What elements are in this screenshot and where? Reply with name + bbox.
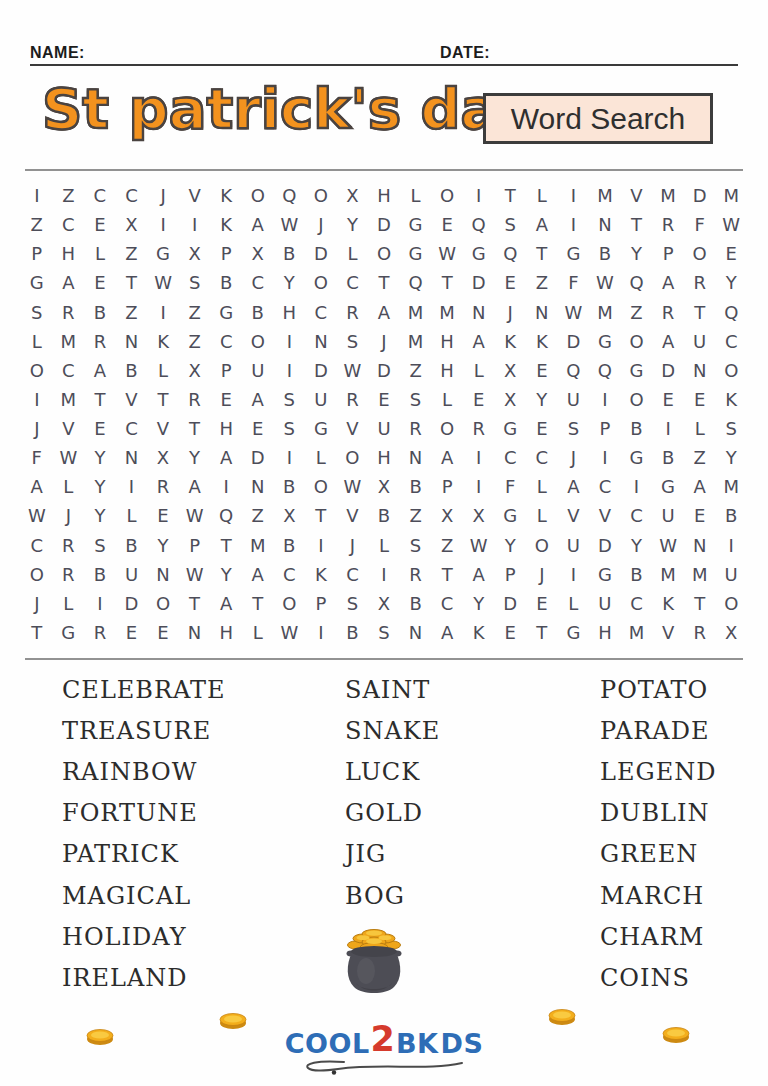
grid-cell: G <box>589 560 621 589</box>
grid-cell: V <box>652 618 684 647</box>
word-item: RAINBOW <box>62 751 226 792</box>
grid-cell: E <box>147 618 179 647</box>
grid-cell: T <box>242 589 274 618</box>
name-date-underline <box>30 64 738 66</box>
grid-cell: O <box>305 472 337 501</box>
grid-cell: C <box>274 560 306 589</box>
grid-cell: R <box>684 268 716 297</box>
grid-cell: Q <box>210 501 242 530</box>
grid-cell: G <box>21 268 53 297</box>
word-item: MARCH <box>600 875 716 916</box>
grid-cell: I <box>305 618 337 647</box>
word-list-column-3: POTATOPARADELEGENDDUBLINGREENMARCHCHARMC… <box>600 669 716 999</box>
grid-cell: E <box>652 385 684 414</box>
grid-cell: Y <box>463 589 495 618</box>
logo-text-cool: COOL <box>285 1030 370 1057</box>
grid-cell: Q <box>400 268 432 297</box>
grid-cell: Y <box>84 501 116 530</box>
grid-cell: P <box>179 531 211 560</box>
grid-cell: H <box>589 618 621 647</box>
grid-cell: Z <box>242 501 274 530</box>
grid-cell: O <box>305 181 337 210</box>
grid-cell: H <box>210 618 242 647</box>
grid-cell: O <box>242 327 274 356</box>
grid-cell: R <box>147 472 179 501</box>
grid-cell: C <box>210 327 242 356</box>
grid-cell: M <box>400 298 432 327</box>
grid-cell: J <box>337 531 369 560</box>
grid-cell: Q <box>463 210 495 239</box>
grid-cell: A <box>526 210 558 239</box>
word-list-column-1: CELEBRATETREASURERAINBOWFORTUNEPATRICKMA… <box>62 669 226 999</box>
grid-cell: S <box>274 385 306 414</box>
grid-cell: S <box>337 327 369 356</box>
grid-bottom-divider <box>25 658 743 660</box>
grid-cell: J <box>305 210 337 239</box>
grid-cell: O <box>21 356 53 385</box>
grid-cell: I <box>558 181 590 210</box>
word-item: HOLIDAY <box>62 916 226 957</box>
grid-cell: A <box>431 618 463 647</box>
grid-cell: Z <box>431 531 463 560</box>
grid-cell: M <box>621 618 653 647</box>
grid-cell: F <box>494 472 526 501</box>
grid-cell: S <box>274 414 306 443</box>
grid-cell: B <box>715 501 747 530</box>
grid-cell: G <box>494 501 526 530</box>
grid-cell: T <box>526 239 558 268</box>
grid-cell: B <box>337 618 369 647</box>
grid-cell: W <box>21 501 53 530</box>
grid-cell: R <box>652 210 684 239</box>
word-item: PARADE <box>600 710 716 751</box>
grid-cell: T <box>179 414 211 443</box>
grid-cell: U <box>652 501 684 530</box>
grid-cell: E <box>494 268 526 297</box>
grid-cell: C <box>116 181 148 210</box>
grid-cell: Y <box>147 531 179 560</box>
grid-cell: X <box>116 210 148 239</box>
grid-cell: K <box>147 327 179 356</box>
grid-cell: T <box>305 501 337 530</box>
grid-cell: G <box>53 618 85 647</box>
grid-cell: E <box>210 385 242 414</box>
grid-cell: E <box>494 618 526 647</box>
grid-cell: S <box>368 618 400 647</box>
grid-cell: S <box>558 414 590 443</box>
grid-cell: R <box>684 618 716 647</box>
grid-cell: M <box>589 181 621 210</box>
grid-cell: P <box>21 239 53 268</box>
word-item: CHARM <box>600 916 716 957</box>
grid-cell: T <box>116 268 148 297</box>
grid-cell: O <box>242 181 274 210</box>
grid-cell: C <box>337 268 369 297</box>
grid-cell: S <box>21 298 53 327</box>
word-item: GREEN <box>600 834 716 875</box>
grid-cell: C <box>494 443 526 472</box>
word-item: BOG <box>345 875 440 916</box>
grid-cell: L <box>116 501 148 530</box>
grid-cell: G <box>621 443 653 472</box>
grid-cell: J <box>558 443 590 472</box>
word-item: DUBLIN <box>600 793 716 834</box>
grid-cell: O <box>274 589 306 618</box>
grid-cell: C <box>53 356 85 385</box>
grid-cell: W <box>589 268 621 297</box>
grid-cell: I <box>179 210 211 239</box>
grid-cell: B <box>116 356 148 385</box>
grid-cell: Y <box>210 560 242 589</box>
grid-cell: R <box>463 414 495 443</box>
grid-cell: G <box>558 618 590 647</box>
grid-cell: W <box>337 472 369 501</box>
grid-cell: B <box>400 472 432 501</box>
grid-cell: L <box>526 501 558 530</box>
gold-coin-icon <box>218 1011 248 1030</box>
grid-cell: Z <box>179 327 211 356</box>
letter-grid: IZCCJVKOQOXHLOITLIMVMDMZCEXIIKAWJYDGEQSA… <box>21 181 747 647</box>
grid-cell: U <box>368 414 400 443</box>
grid-cell: D <box>589 531 621 560</box>
grid-cell: S <box>400 531 432 560</box>
grid-cell: C <box>526 443 558 472</box>
grid-cell: H <box>431 327 463 356</box>
grid-cell: O <box>431 414 463 443</box>
grid-cell: B <box>210 268 242 297</box>
grid-cell: U <box>715 560 747 589</box>
grid-cell: M <box>589 298 621 327</box>
grid-cell: Y <box>337 210 369 239</box>
grid-cell: W <box>652 531 684 560</box>
grid-cell: B <box>84 298 116 327</box>
grid-cell: W <box>274 210 306 239</box>
grid-cell: E <box>368 385 400 414</box>
grid-cell: K <box>715 385 747 414</box>
grid-cell: I <box>84 589 116 618</box>
grid-cell: T <box>84 385 116 414</box>
grid-cell: X <box>715 618 747 647</box>
grid-cell: F <box>684 210 716 239</box>
grid-cell: K <box>652 589 684 618</box>
grid-cell: L <box>368 531 400 560</box>
gold-coin-icon <box>85 1027 115 1046</box>
grid-cell: U <box>558 531 590 560</box>
grid-cell: O <box>621 385 653 414</box>
grid-cell: M <box>242 531 274 560</box>
grid-cell: N <box>179 618 211 647</box>
grid-cell: N <box>305 327 337 356</box>
grid-cell: A <box>684 472 716 501</box>
grid-cell: Z <box>179 298 211 327</box>
grid-cell: U <box>558 385 590 414</box>
word-list-column-2: SAINTSNAKELUCKGOLDJIGBOG <box>345 669 440 916</box>
grid-cell: H <box>368 181 400 210</box>
gold-coin-icon <box>547 1007 577 1026</box>
grid-cell: D <box>368 356 400 385</box>
grid-cell: U <box>116 560 148 589</box>
grid-cell: S <box>400 385 432 414</box>
grid-cell: W <box>147 268 179 297</box>
grid-cell: M <box>715 472 747 501</box>
grid-cell: N <box>526 298 558 327</box>
grid-cell: A <box>652 268 684 297</box>
grid-cell: M <box>53 385 85 414</box>
grid-cell: D <box>652 356 684 385</box>
grid-cell: A <box>210 589 242 618</box>
grid-cell: C <box>116 414 148 443</box>
grid-cell: F <box>558 268 590 297</box>
grid-cell: D <box>368 210 400 239</box>
grid-cell: I <box>274 327 306 356</box>
grid-cell: M <box>652 560 684 589</box>
grid-cell: Q <box>621 268 653 297</box>
grid-cell: H <box>431 356 463 385</box>
grid-cell: I <box>210 472 242 501</box>
logo-text-two: 2 <box>371 1022 395 1057</box>
grid-cell: V <box>621 181 653 210</box>
grid-cell: A <box>179 472 211 501</box>
grid-cell: T <box>210 531 242 560</box>
grid-cell: X <box>242 239 274 268</box>
grid-cell: L <box>400 181 432 210</box>
brand-logo: COOL2BK DS <box>289 1022 479 1076</box>
grid-cell: B <box>368 501 400 530</box>
grid-cell: G <box>463 239 495 268</box>
grid-cell: Y <box>179 443 211 472</box>
grid-cell: W <box>558 298 590 327</box>
grid-cell: E <box>684 501 716 530</box>
grid-cell: G <box>494 414 526 443</box>
grid-cell: J <box>368 327 400 356</box>
grid-cell: R <box>400 414 432 443</box>
grid-cell: N <box>116 443 148 472</box>
grid-cell: B <box>400 589 432 618</box>
grid-cell: H <box>53 239 85 268</box>
grid-cell: Z <box>400 356 432 385</box>
grid-cell: R <box>53 531 85 560</box>
grid-cell: N <box>147 560 179 589</box>
grid-cell: I <box>147 210 179 239</box>
grid-cell: L <box>21 327 53 356</box>
grid-cell: N <box>463 298 495 327</box>
word-search-badge: Word Search <box>483 93 713 144</box>
grid-cell: E <box>715 239 747 268</box>
grid-cell: K <box>463 618 495 647</box>
grid-cell: A <box>368 298 400 327</box>
grid-cell: T <box>431 560 463 589</box>
word-item: SNAKE <box>345 710 440 751</box>
grid-cell: W <box>179 501 211 530</box>
grid-cell: W <box>337 356 369 385</box>
grid-cell: B <box>274 239 306 268</box>
grid-cell: I <box>274 356 306 385</box>
grid-cell: C <box>242 268 274 297</box>
grid-cell: L <box>526 472 558 501</box>
grid-cell: J <box>21 414 53 443</box>
grid-cell: R <box>400 560 432 589</box>
grid-cell: A <box>242 560 274 589</box>
grid-cell: W <box>431 239 463 268</box>
grid-cell: C <box>431 589 463 618</box>
grid-cell: T <box>684 589 716 618</box>
grid-cell: B <box>274 531 306 560</box>
grid-cell: Y <box>84 443 116 472</box>
grid-cell: S <box>715 414 747 443</box>
grid-cell: I <box>558 560 590 589</box>
grid-cell: Z <box>400 501 432 530</box>
grid-cell: A <box>53 268 85 297</box>
pot-of-gold-icon <box>344 925 404 996</box>
grid-cell: L <box>53 472 85 501</box>
grid-cell: L <box>431 385 463 414</box>
grid-cell: E <box>526 356 558 385</box>
grid-cell: V <box>179 181 211 210</box>
grid-cell: I <box>116 472 148 501</box>
grid-cell: E <box>147 501 179 530</box>
grid-cell: L <box>242 618 274 647</box>
grid-cell: V <box>558 501 590 530</box>
grid-cell: R <box>84 327 116 356</box>
grid-cell: P <box>431 472 463 501</box>
grid-cell: I <box>463 472 495 501</box>
grid-cell: E <box>526 414 558 443</box>
grid-cell: E <box>526 589 558 618</box>
grid-cell: G <box>305 414 337 443</box>
grid-cell: J <box>53 501 85 530</box>
grid-cell: G <box>400 210 432 239</box>
word-item: MAGICAL <box>62 875 226 916</box>
grid-cell: L <box>558 589 590 618</box>
grid-cell: M <box>652 181 684 210</box>
grid-cell: Z <box>621 298 653 327</box>
grid-cell: K <box>526 327 558 356</box>
grid-cell: B <box>589 239 621 268</box>
grid-cell: G <box>589 327 621 356</box>
grid-cell: L <box>53 589 85 618</box>
grid-cell: I <box>652 414 684 443</box>
grid-cell: V <box>53 414 85 443</box>
grid-cell: L <box>147 356 179 385</box>
grid-cell: P <box>494 560 526 589</box>
grid-cell: O <box>305 268 337 297</box>
grid-cell: M <box>400 327 432 356</box>
grid-cell: Q <box>494 239 526 268</box>
grid-cell: C <box>305 298 337 327</box>
grid-cell: A <box>431 443 463 472</box>
grid-cell: L <box>305 443 337 472</box>
grid-cell: J <box>21 589 53 618</box>
date-label: DATE: <box>440 44 490 62</box>
grid-cell: A <box>558 472 590 501</box>
grid-cell: M <box>715 181 747 210</box>
grid-cell: O <box>526 531 558 560</box>
grid-cell: L <box>337 239 369 268</box>
grid-cell: S <box>494 210 526 239</box>
grid-cell: A <box>84 356 116 385</box>
gold-coin-icon <box>661 1025 691 1044</box>
grid-cell: E <box>684 385 716 414</box>
puzzle-title: St patrick's day <box>42 76 472 141</box>
grid-cell: B <box>242 298 274 327</box>
grid-cell: B <box>621 414 653 443</box>
grid-cell: E <box>116 618 148 647</box>
grid-cell: A <box>21 472 53 501</box>
grid-cell: U <box>305 385 337 414</box>
grid-cell: N <box>684 356 716 385</box>
grid-cell: Q <box>715 298 747 327</box>
grid-cell: D <box>494 589 526 618</box>
grid-cell: T <box>621 210 653 239</box>
grid-cell: G <box>147 239 179 268</box>
grid-cell: I <box>558 210 590 239</box>
grid-cell: H <box>210 414 242 443</box>
grid-cell: P <box>210 356 242 385</box>
grid-cell: I <box>274 443 306 472</box>
grid-cell: X <box>274 501 306 530</box>
grid-cell: E <box>463 385 495 414</box>
grid-cell: U <box>589 589 621 618</box>
word-item: PATRICK <box>62 834 226 875</box>
grid-cell: X <box>368 472 400 501</box>
grid-cell: Y <box>526 385 558 414</box>
grid-cell: L <box>463 356 495 385</box>
logo-text-bk: BK <box>396 1030 439 1057</box>
grid-cell: Z <box>526 268 558 297</box>
grid-cell: I <box>621 472 653 501</box>
word-item: TREASURE <box>62 710 226 751</box>
grid-cell: Q <box>589 356 621 385</box>
grid-cell: E <box>431 210 463 239</box>
grid-cell: Z <box>53 181 85 210</box>
grid-cell: B <box>84 560 116 589</box>
grid-cell: R <box>53 298 85 327</box>
grid-cell: G <box>210 298 242 327</box>
grid-cell: E <box>242 414 274 443</box>
grid-cell: N <box>684 531 716 560</box>
grid-cell: T <box>179 589 211 618</box>
grid-cell: R <box>652 298 684 327</box>
grid-cell: V <box>337 501 369 530</box>
logo-swoosh-icon <box>298 1058 470 1076</box>
grid-cell: C <box>21 531 53 560</box>
grid-cell: X <box>147 443 179 472</box>
word-item: IRELAND <box>62 957 226 998</box>
grid-cell: J <box>494 298 526 327</box>
grid-cell: K <box>305 560 337 589</box>
grid-cell: I <box>463 443 495 472</box>
grid-cell: C <box>589 472 621 501</box>
grid-cell: K <box>210 181 242 210</box>
grid-top-divider <box>25 169 743 171</box>
grid-cell: X <box>337 181 369 210</box>
grid-cell: P <box>210 239 242 268</box>
grid-cell: T <box>526 618 558 647</box>
grid-cell: R <box>337 385 369 414</box>
grid-cell: Y <box>84 472 116 501</box>
grid-cell: V <box>147 414 179 443</box>
word-item: POTATO <box>600 669 716 710</box>
grid-cell: A <box>210 443 242 472</box>
grid-cell: I <box>147 298 179 327</box>
word-item: LUCK <box>345 751 440 792</box>
grid-cell: D <box>305 356 337 385</box>
grid-cell: O <box>715 589 747 618</box>
grid-cell: D <box>116 589 148 618</box>
grid-cell: C <box>621 589 653 618</box>
word-item: SAINT <box>345 669 440 710</box>
grid-cell: W <box>715 210 747 239</box>
